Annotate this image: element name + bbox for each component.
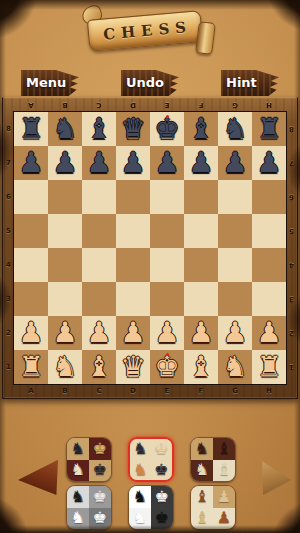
square-d1[interactable]: ♛ xyxy=(116,350,150,384)
piece-black-pawn[interactable]: ♟ xyxy=(48,146,82,180)
piece-white-pawn[interactable]: ♟ xyxy=(150,316,184,350)
square-f3[interactable] xyxy=(184,282,218,316)
piece-set-quad: ♞ xyxy=(67,438,89,460)
piece-black-rook[interactable]: ♜ xyxy=(14,112,48,146)
rank-label-right-3: 3 xyxy=(286,282,297,316)
piece-black-pawn[interactable]: ♟ xyxy=(184,146,218,180)
piece-white-knight[interactable]: ♞ xyxy=(48,350,82,384)
file-label-bottom-b: B xyxy=(48,384,82,398)
piece-set-quad: ♞ xyxy=(67,460,89,482)
square-f6[interactable] xyxy=(184,180,218,214)
banner-roll-icon xyxy=(195,21,216,55)
square-d4[interactable] xyxy=(116,248,150,282)
piece-black-pawn[interactable]: ♟ xyxy=(14,146,48,180)
piece-set-quad: ♞ xyxy=(129,486,151,508)
square-e8[interactable]: ♚ xyxy=(150,112,184,146)
square-c8[interactable]: ♝ xyxy=(82,112,116,146)
square-d3[interactable] xyxy=(116,282,150,316)
file-label-bottom-c: C xyxy=(82,384,116,398)
piece-black-king[interactable]: ♚ xyxy=(150,112,184,146)
board-ranks-right: 87654321 xyxy=(286,112,297,384)
piece-set-quad: ♞ xyxy=(67,508,89,530)
square-f8[interactable]: ♝ xyxy=(184,112,218,146)
piece-set-quad: ♝ xyxy=(191,508,213,530)
piece-white-pawn[interactable]: ♟ xyxy=(218,316,252,350)
piece-black-bishop[interactable]: ♝ xyxy=(82,112,116,146)
square-b3[interactable] xyxy=(48,282,82,316)
piece-set-quad: ♚ xyxy=(151,439,172,460)
file-label-top-f: F xyxy=(184,98,218,112)
piece-white-pawn[interactable]: ♟ xyxy=(82,316,116,350)
square-c7[interactable]: ♟ xyxy=(82,146,116,180)
piece-white-pawn[interactable]: ♟ xyxy=(48,316,82,350)
square-e1[interactable]: ♚ xyxy=(150,350,184,384)
board-files-top: ABCDEFGH xyxy=(14,98,286,112)
square-g8[interactable]: ♞ xyxy=(218,112,252,146)
square-h4[interactable] xyxy=(252,248,286,282)
hint-button[interactable]: Hint xyxy=(221,70,279,96)
square-f2[interactable]: ♟ xyxy=(184,316,218,350)
square-e2[interactable]: ♟ xyxy=(150,316,184,350)
piece-black-queen[interactable]: ♛ xyxy=(116,112,150,146)
piece-set-quad: ♚ xyxy=(151,460,172,481)
piece-set-quad: ♞ xyxy=(130,439,151,460)
file-label-bottom-d: D xyxy=(116,384,150,398)
piece-set-thumb-wood-carved[interactable]: ♞♝♞♝ xyxy=(190,437,236,482)
piece-black-pawn[interactable]: ♟ xyxy=(82,146,116,180)
piece-white-bishop[interactable]: ♝ xyxy=(82,350,116,384)
board-files-bottom: ABCDEFGH xyxy=(14,384,286,398)
square-h6[interactable] xyxy=(252,180,286,214)
square-b2[interactable]: ♟ xyxy=(48,316,82,350)
rank-label-right-7: 7 xyxy=(286,146,297,180)
square-a1[interactable]: ♜ xyxy=(14,350,48,384)
square-g7[interactable]: ♟ xyxy=(218,146,252,180)
square-a7[interactable]: ♟ xyxy=(14,146,48,180)
prev-arrow-icon[interactable] xyxy=(18,459,58,495)
board-squares: ♜♞♝♛♚♝♞♜♟♟♟♟♟♟♟♟♟♟♟♟♟♟♟♟♜♞♝♛♚♝♞♜ xyxy=(13,111,287,385)
file-label-top-e: E xyxy=(150,98,184,112)
square-b7[interactable]: ♟ xyxy=(48,146,82,180)
piece-set-thumb-classic-red[interactable]: ♞♚♞♚ xyxy=(66,437,112,482)
square-g6[interactable] xyxy=(218,180,252,214)
piece-set-quad: ♚ xyxy=(89,486,111,508)
next-arrow-icon[interactable] xyxy=(262,461,291,495)
square-e4[interactable] xyxy=(150,248,184,282)
rank-label-right-6: 6 xyxy=(286,180,297,214)
piece-set-thumb-black-white[interactable]: ♞♚♞♚ xyxy=(128,485,174,530)
piece-set-quad: ♚ xyxy=(151,486,173,508)
file-label-top-a: A xyxy=(14,98,48,112)
square-f5[interactable] xyxy=(184,214,218,248)
rank-label-right-8: 8 xyxy=(286,112,297,146)
square-a2[interactable]: ♟ xyxy=(14,316,48,350)
rank-label-right-4: 4 xyxy=(286,248,297,282)
piece-set-quad: ♞ xyxy=(191,460,213,482)
menu-button[interactable]: Menu xyxy=(21,70,79,96)
piece-white-rook[interactable]: ♜ xyxy=(14,350,48,384)
piece-black-pawn[interactable]: ♟ xyxy=(218,146,252,180)
square-h7[interactable]: ♟ xyxy=(252,146,286,180)
piece-set-quad: ♝ xyxy=(213,460,235,482)
square-b6[interactable] xyxy=(48,180,82,214)
file-label-top-h: H xyxy=(252,98,286,112)
square-b1[interactable]: ♞ xyxy=(48,350,82,384)
piece-white-rook[interactable]: ♜ xyxy=(252,350,286,384)
piece-set-quad: ♝ xyxy=(213,438,235,460)
piece-set-quad: ♞ xyxy=(129,508,151,530)
piece-white-pawn[interactable]: ♟ xyxy=(252,316,286,350)
piece-set-thumb-wood-photo[interactable]: ♝♟♝♟ xyxy=(190,485,236,530)
square-h5[interactable] xyxy=(252,214,286,248)
square-f4[interactable] xyxy=(184,248,218,282)
square-h8[interactable]: ♜ xyxy=(252,112,286,146)
piece-black-pawn[interactable]: ♟ xyxy=(150,146,184,180)
square-f1[interactable]: ♝ xyxy=(184,350,218,384)
piece-white-king[interactable]: ♚ xyxy=(150,350,184,384)
square-g4[interactable] xyxy=(218,248,252,282)
piece-set-quad: ♟ xyxy=(213,508,235,530)
square-b4[interactable] xyxy=(48,248,82,282)
square-a6[interactable] xyxy=(14,180,48,214)
square-f7[interactable]: ♟ xyxy=(184,146,218,180)
rank-label-right-2: 2 xyxy=(286,316,297,350)
square-a4[interactable] xyxy=(14,248,48,282)
square-d6[interactable] xyxy=(116,180,150,214)
square-b5[interactable] xyxy=(48,214,82,248)
square-g2[interactable]: ♟ xyxy=(218,316,252,350)
piece-black-knight[interactable]: ♞ xyxy=(218,112,252,146)
piece-set-picker: ♞♚♞♚♞♚♞♚♞♝♞♝♞♚♞♚♞♚♞♚♝♟♝♟ xyxy=(66,437,236,530)
square-c4[interactable] xyxy=(82,248,116,282)
banner-ribbon: CHESS xyxy=(87,10,203,52)
file-label-top-g: G xyxy=(218,98,252,112)
piece-white-pawn[interactable]: ♟ xyxy=(116,316,150,350)
square-d5[interactable] xyxy=(116,214,150,248)
file-label-bottom-f: F xyxy=(184,384,218,398)
piece-set-quad: ♞ xyxy=(130,460,151,481)
square-c5[interactable] xyxy=(82,214,116,248)
king-cross-accent xyxy=(166,115,169,118)
piece-white-bishop[interactable]: ♝ xyxy=(184,350,218,384)
square-g3[interactable] xyxy=(218,282,252,316)
rank-label-right-5: 5 xyxy=(286,214,297,248)
square-c3[interactable] xyxy=(82,282,116,316)
square-c6[interactable] xyxy=(82,180,116,214)
square-e6[interactable] xyxy=(150,180,184,214)
piece-set-thumb-current-cream[interactable]: ♞♚♞♚ xyxy=(128,437,174,482)
square-d7[interactable]: ♟ xyxy=(116,146,150,180)
app-title: CHESS xyxy=(97,18,192,44)
square-e7[interactable]: ♟ xyxy=(150,146,184,180)
square-a8[interactable]: ♜ xyxy=(14,112,48,146)
square-h3[interactable] xyxy=(252,282,286,316)
undo-button[interactable]: Undo xyxy=(121,70,179,96)
piece-set-quad: ♝ xyxy=(191,486,213,508)
piece-set-quad: ♞ xyxy=(67,486,89,508)
piece-set-quad: ♚ xyxy=(89,460,111,482)
piece-white-pawn[interactable]: ♟ xyxy=(184,316,218,350)
piece-black-knight[interactable]: ♞ xyxy=(48,112,82,146)
piece-set-quad: ♟ xyxy=(213,486,235,508)
square-d8[interactable]: ♛ xyxy=(116,112,150,146)
king-cross-accent xyxy=(166,353,169,356)
file-label-bottom-e: E xyxy=(150,384,184,398)
file-label-bottom-a: A xyxy=(14,384,48,398)
piece-set-quad: ♚ xyxy=(89,508,111,530)
piece-set-quad: ♚ xyxy=(89,438,111,460)
piece-black-pawn[interactable]: ♟ xyxy=(252,146,286,180)
square-c2[interactable]: ♟ xyxy=(82,316,116,350)
file-label-bottom-h: H xyxy=(252,384,286,398)
piece-white-queen[interactable]: ♛ xyxy=(116,350,150,384)
title-banner: CHESS xyxy=(78,4,222,54)
piece-white-knight[interactable]: ♞ xyxy=(218,350,252,384)
file-label-top-b: B xyxy=(48,98,82,112)
square-g5[interactable] xyxy=(218,214,252,248)
piece-black-bishop[interactable]: ♝ xyxy=(184,112,218,146)
square-c1[interactable]: ♝ xyxy=(82,350,116,384)
file-label-top-d: D xyxy=(116,98,150,112)
square-g1[interactable]: ♞ xyxy=(218,350,252,384)
piece-set-quad: ♞ xyxy=(191,438,213,460)
square-h2[interactable]: ♟ xyxy=(252,316,286,350)
file-label-top-c: C xyxy=(82,98,116,112)
square-a5[interactable] xyxy=(14,214,48,248)
square-d2[interactable]: ♟ xyxy=(116,316,150,350)
piece-white-pawn[interactable]: ♟ xyxy=(14,316,48,350)
piece-set-quad: ♚ xyxy=(151,508,173,530)
chess-board: ABCDEFGH 87654321 ♜♞♝♛♚♝♞♜♟♟♟♟♟♟♟♟♟♟♟♟♟♟… xyxy=(2,97,298,399)
square-e3[interactable] xyxy=(150,282,184,316)
file-label-bottom-g: G xyxy=(218,384,252,398)
piece-black-rook[interactable]: ♜ xyxy=(252,112,286,146)
square-e5[interactable] xyxy=(150,214,184,248)
piece-set-thumb-grayscale[interactable]: ♞♚♞♚ xyxy=(66,485,112,530)
square-b8[interactable]: ♞ xyxy=(48,112,82,146)
rank-label-right-1: 1 xyxy=(286,350,297,384)
chess-app-screen: CHESS Menu Undo Hint ABCDEFGH 87654321 ♜… xyxy=(0,0,300,533)
piece-black-pawn[interactable]: ♟ xyxy=(116,146,150,180)
square-a3[interactable] xyxy=(14,282,48,316)
square-h1[interactable]: ♜ xyxy=(252,350,286,384)
